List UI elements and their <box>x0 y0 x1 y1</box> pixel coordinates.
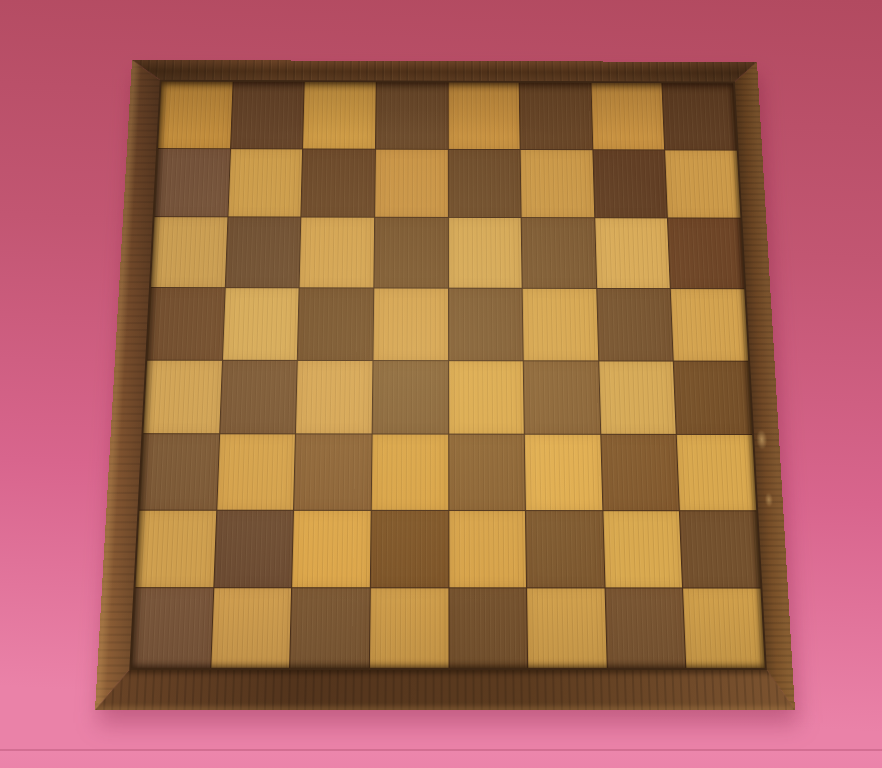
square-e4[interactable] <box>449 361 524 434</box>
square-a4[interactable] <box>143 360 221 433</box>
square-c4[interactable] <box>296 360 372 433</box>
photo-stage <box>0 0 882 768</box>
square-d3[interactable] <box>372 435 448 510</box>
square-c7[interactable] <box>302 149 375 217</box>
square-c1[interactable] <box>290 589 369 668</box>
square-f5[interactable] <box>523 289 598 360</box>
square-d1[interactable] <box>370 589 448 668</box>
square-d4[interactable] <box>372 361 447 434</box>
board-surface <box>129 80 767 670</box>
square-e8[interactable] <box>448 82 520 148</box>
square-a8[interactable] <box>158 82 232 148</box>
square-d6[interactable] <box>374 218 447 288</box>
square-b1[interactable] <box>211 589 291 668</box>
square-f4[interactable] <box>524 361 600 434</box>
square-g6[interactable] <box>595 218 670 288</box>
square-a6[interactable] <box>151 217 227 287</box>
board-frame-top <box>131 60 758 82</box>
square-e3[interactable] <box>449 435 525 510</box>
square-b2[interactable] <box>214 511 293 588</box>
square-e7[interactable] <box>448 149 521 217</box>
square-a5[interactable] <box>147 288 224 359</box>
square-a2[interactable] <box>135 510 215 587</box>
square-f8[interactable] <box>520 83 592 149</box>
square-d8[interactable] <box>376 82 448 148</box>
square-h1[interactable] <box>683 589 764 668</box>
square-a7[interactable] <box>155 149 230 217</box>
square-g4[interactable] <box>599 361 676 434</box>
square-f2[interactable] <box>526 511 604 588</box>
square-d7[interactable] <box>375 149 447 217</box>
square-h3[interactable] <box>677 435 756 510</box>
square-c6[interactable] <box>300 218 374 288</box>
square-c8[interactable] <box>303 82 375 148</box>
square-g5[interactable] <box>597 289 673 360</box>
square-e6[interactable] <box>448 218 521 288</box>
square-b6[interactable] <box>225 218 300 288</box>
square-g3[interactable] <box>601 435 679 510</box>
square-h5[interactable] <box>671 289 748 360</box>
square-g1[interactable] <box>605 589 685 668</box>
square-f3[interactable] <box>525 435 602 510</box>
backdrop-seam-line <box>0 749 882 768</box>
square-h2[interactable] <box>680 511 760 588</box>
square-c3[interactable] <box>294 435 371 510</box>
square-a1[interactable] <box>131 589 213 668</box>
square-h7[interactable] <box>665 150 740 218</box>
square-b3[interactable] <box>217 434 295 509</box>
square-e5[interactable] <box>448 288 522 359</box>
square-f6[interactable] <box>522 218 596 288</box>
square-b7[interactable] <box>228 149 302 217</box>
square-g7[interactable] <box>593 150 667 218</box>
square-f1[interactable] <box>527 589 606 668</box>
square-h8[interactable] <box>663 83 737 149</box>
square-f7[interactable] <box>521 150 594 218</box>
square-e1[interactable] <box>449 589 527 668</box>
board-frame-bottom <box>95 670 795 710</box>
square-h4[interactable] <box>674 361 752 434</box>
square-c2[interactable] <box>292 511 370 588</box>
square-d2[interactable] <box>371 511 448 588</box>
square-h6[interactable] <box>668 219 744 288</box>
square-b4[interactable] <box>220 360 297 433</box>
square-b8[interactable] <box>231 82 304 148</box>
square-b5[interactable] <box>223 288 299 359</box>
square-e2[interactable] <box>449 511 526 588</box>
square-c5[interactable] <box>298 288 373 359</box>
square-a3[interactable] <box>139 434 218 509</box>
square-d5[interactable] <box>373 288 447 359</box>
square-g8[interactable] <box>591 83 664 149</box>
square-g2[interactable] <box>603 511 682 588</box>
chess-board <box>95 60 795 710</box>
